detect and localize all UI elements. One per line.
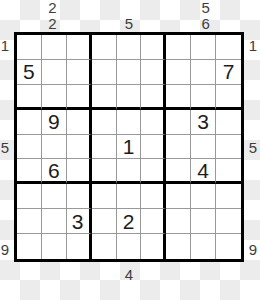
bottom-clue-col5: 4 (125, 267, 133, 282)
cell-r4c3 (67, 110, 92, 135)
cell-r8c1 (17, 209, 42, 234)
cell-r1c4 (92, 35, 117, 60)
right-clue-row9: 9 (249, 242, 257, 257)
given-digit: 3 (197, 111, 209, 132)
cell-r6c1 (17, 159, 42, 184)
cell-r7c8 (191, 184, 216, 209)
given-digit: 1 (123, 136, 135, 157)
cell-r2c8 (191, 60, 216, 85)
cell-r4c9 (216, 110, 241, 135)
cell-r5c5: 1 (117, 135, 142, 160)
cell-r4c8: 3 (191, 110, 216, 135)
puzzle-image: 579316432 252561591594 (0, 0, 260, 300)
cell-r7c5 (117, 184, 142, 209)
cell-r3c1 (17, 85, 42, 110)
given-digit: 7 (223, 61, 235, 82)
cell-r1c7 (166, 35, 191, 60)
cell-r7c1 (17, 184, 42, 209)
cell-r3c9 (216, 85, 241, 110)
top-inner-clue-col2: 2 (48, 16, 56, 31)
left-clue-row5: 5 (1, 140, 9, 155)
cell-r1c6 (141, 35, 166, 60)
cell-r2c3 (67, 60, 92, 85)
cell-r6c2: 6 (42, 159, 67, 184)
cell-r1c3 (67, 35, 92, 60)
top-inner-clue-col5: 5 (125, 16, 133, 31)
cell-r5c9 (216, 135, 241, 160)
cell-r3c7 (166, 85, 191, 110)
cell-r6c4 (92, 159, 117, 184)
cell-r2c2 (42, 60, 67, 85)
cell-r6c5 (117, 159, 142, 184)
cell-r3c8 (191, 85, 216, 110)
cell-r2c7 (166, 60, 191, 85)
cell-r3c6 (141, 85, 166, 110)
right-clue-row5: 5 (249, 140, 257, 155)
cell-r9c6 (141, 234, 166, 259)
cell-r9c8 (191, 234, 216, 259)
cell-r7c2 (42, 184, 67, 209)
cell-r9c1 (17, 234, 42, 259)
given-digit: 2 (123, 211, 135, 232)
cell-r6c6 (141, 159, 166, 184)
cell-r2c6 (141, 60, 166, 85)
cell-r4c4 (92, 110, 117, 135)
cell-r1c2 (42, 35, 67, 60)
cell-r8c6 (141, 209, 166, 234)
cell-r7c4 (92, 184, 117, 209)
cell-r8c9 (216, 209, 241, 234)
cell-r9c9 (216, 234, 241, 259)
cell-r9c5 (117, 234, 142, 259)
cell-r1c8 (191, 35, 216, 60)
cell-r2c1: 5 (17, 60, 42, 85)
cell-r9c3 (67, 234, 92, 259)
given-digit: 3 (72, 211, 84, 232)
cell-r5c2 (42, 135, 67, 160)
cell-r5c6 (141, 135, 166, 160)
top-inner-clue-col8: 6 (201, 16, 209, 31)
cell-r2c4 (92, 60, 117, 85)
cell-r3c4 (92, 85, 117, 110)
cell-r4c6 (141, 110, 166, 135)
cell-r4c2: 9 (42, 110, 67, 135)
cell-r2c9: 7 (216, 60, 241, 85)
given-digit: 5 (23, 61, 35, 82)
cell-r5c8 (191, 135, 216, 160)
cell-r5c7 (166, 135, 191, 160)
sudoku-board: 579316432 (14, 32, 244, 262)
cell-r5c3 (67, 135, 92, 160)
cell-r8c5: 2 (117, 209, 142, 234)
given-digit: 6 (48, 160, 60, 181)
cell-r8c3: 3 (67, 209, 92, 234)
cell-r9c4 (92, 234, 117, 259)
cell-r3c3 (67, 85, 92, 110)
cell-r4c5 (117, 110, 142, 135)
given-digit: 4 (197, 160, 209, 181)
cell-r5c4 (92, 135, 117, 160)
right-clue-row1: 1 (249, 37, 257, 52)
cell-r7c6 (141, 184, 166, 209)
cell-r1c5 (117, 35, 142, 60)
cell-r1c1 (17, 35, 42, 60)
cell-r8c2 (42, 209, 67, 234)
cell-r6c9 (216, 159, 241, 184)
cell-r6c3 (67, 159, 92, 184)
cell-r6c7 (166, 159, 191, 184)
cell-r8c8 (191, 209, 216, 234)
cell-r8c7 (166, 209, 191, 234)
left-clue-row1: 1 (1, 37, 9, 52)
cell-r4c7 (166, 110, 191, 135)
cell-r3c5 (117, 85, 142, 110)
cell-r1c9 (216, 35, 241, 60)
cell-r9c7 (166, 234, 191, 259)
top-outer-clue-col2: 2 (48, 0, 56, 15)
left-clue-row9: 9 (1, 242, 9, 257)
cell-r7c9 (216, 184, 241, 209)
cell-r2c5 (117, 60, 142, 85)
top-outer-clue-col8: 5 (201, 0, 209, 15)
given-digit: 9 (48, 111, 60, 132)
cell-r6c8: 4 (191, 159, 216, 184)
cell-r7c3 (67, 184, 92, 209)
cell-r9c2 (42, 234, 67, 259)
cell-r8c4 (92, 209, 117, 234)
cell-r4c1 (17, 110, 42, 135)
cell-r3c2 (42, 85, 67, 110)
cell-r7c7 (166, 184, 191, 209)
cell-r5c1 (17, 135, 42, 160)
